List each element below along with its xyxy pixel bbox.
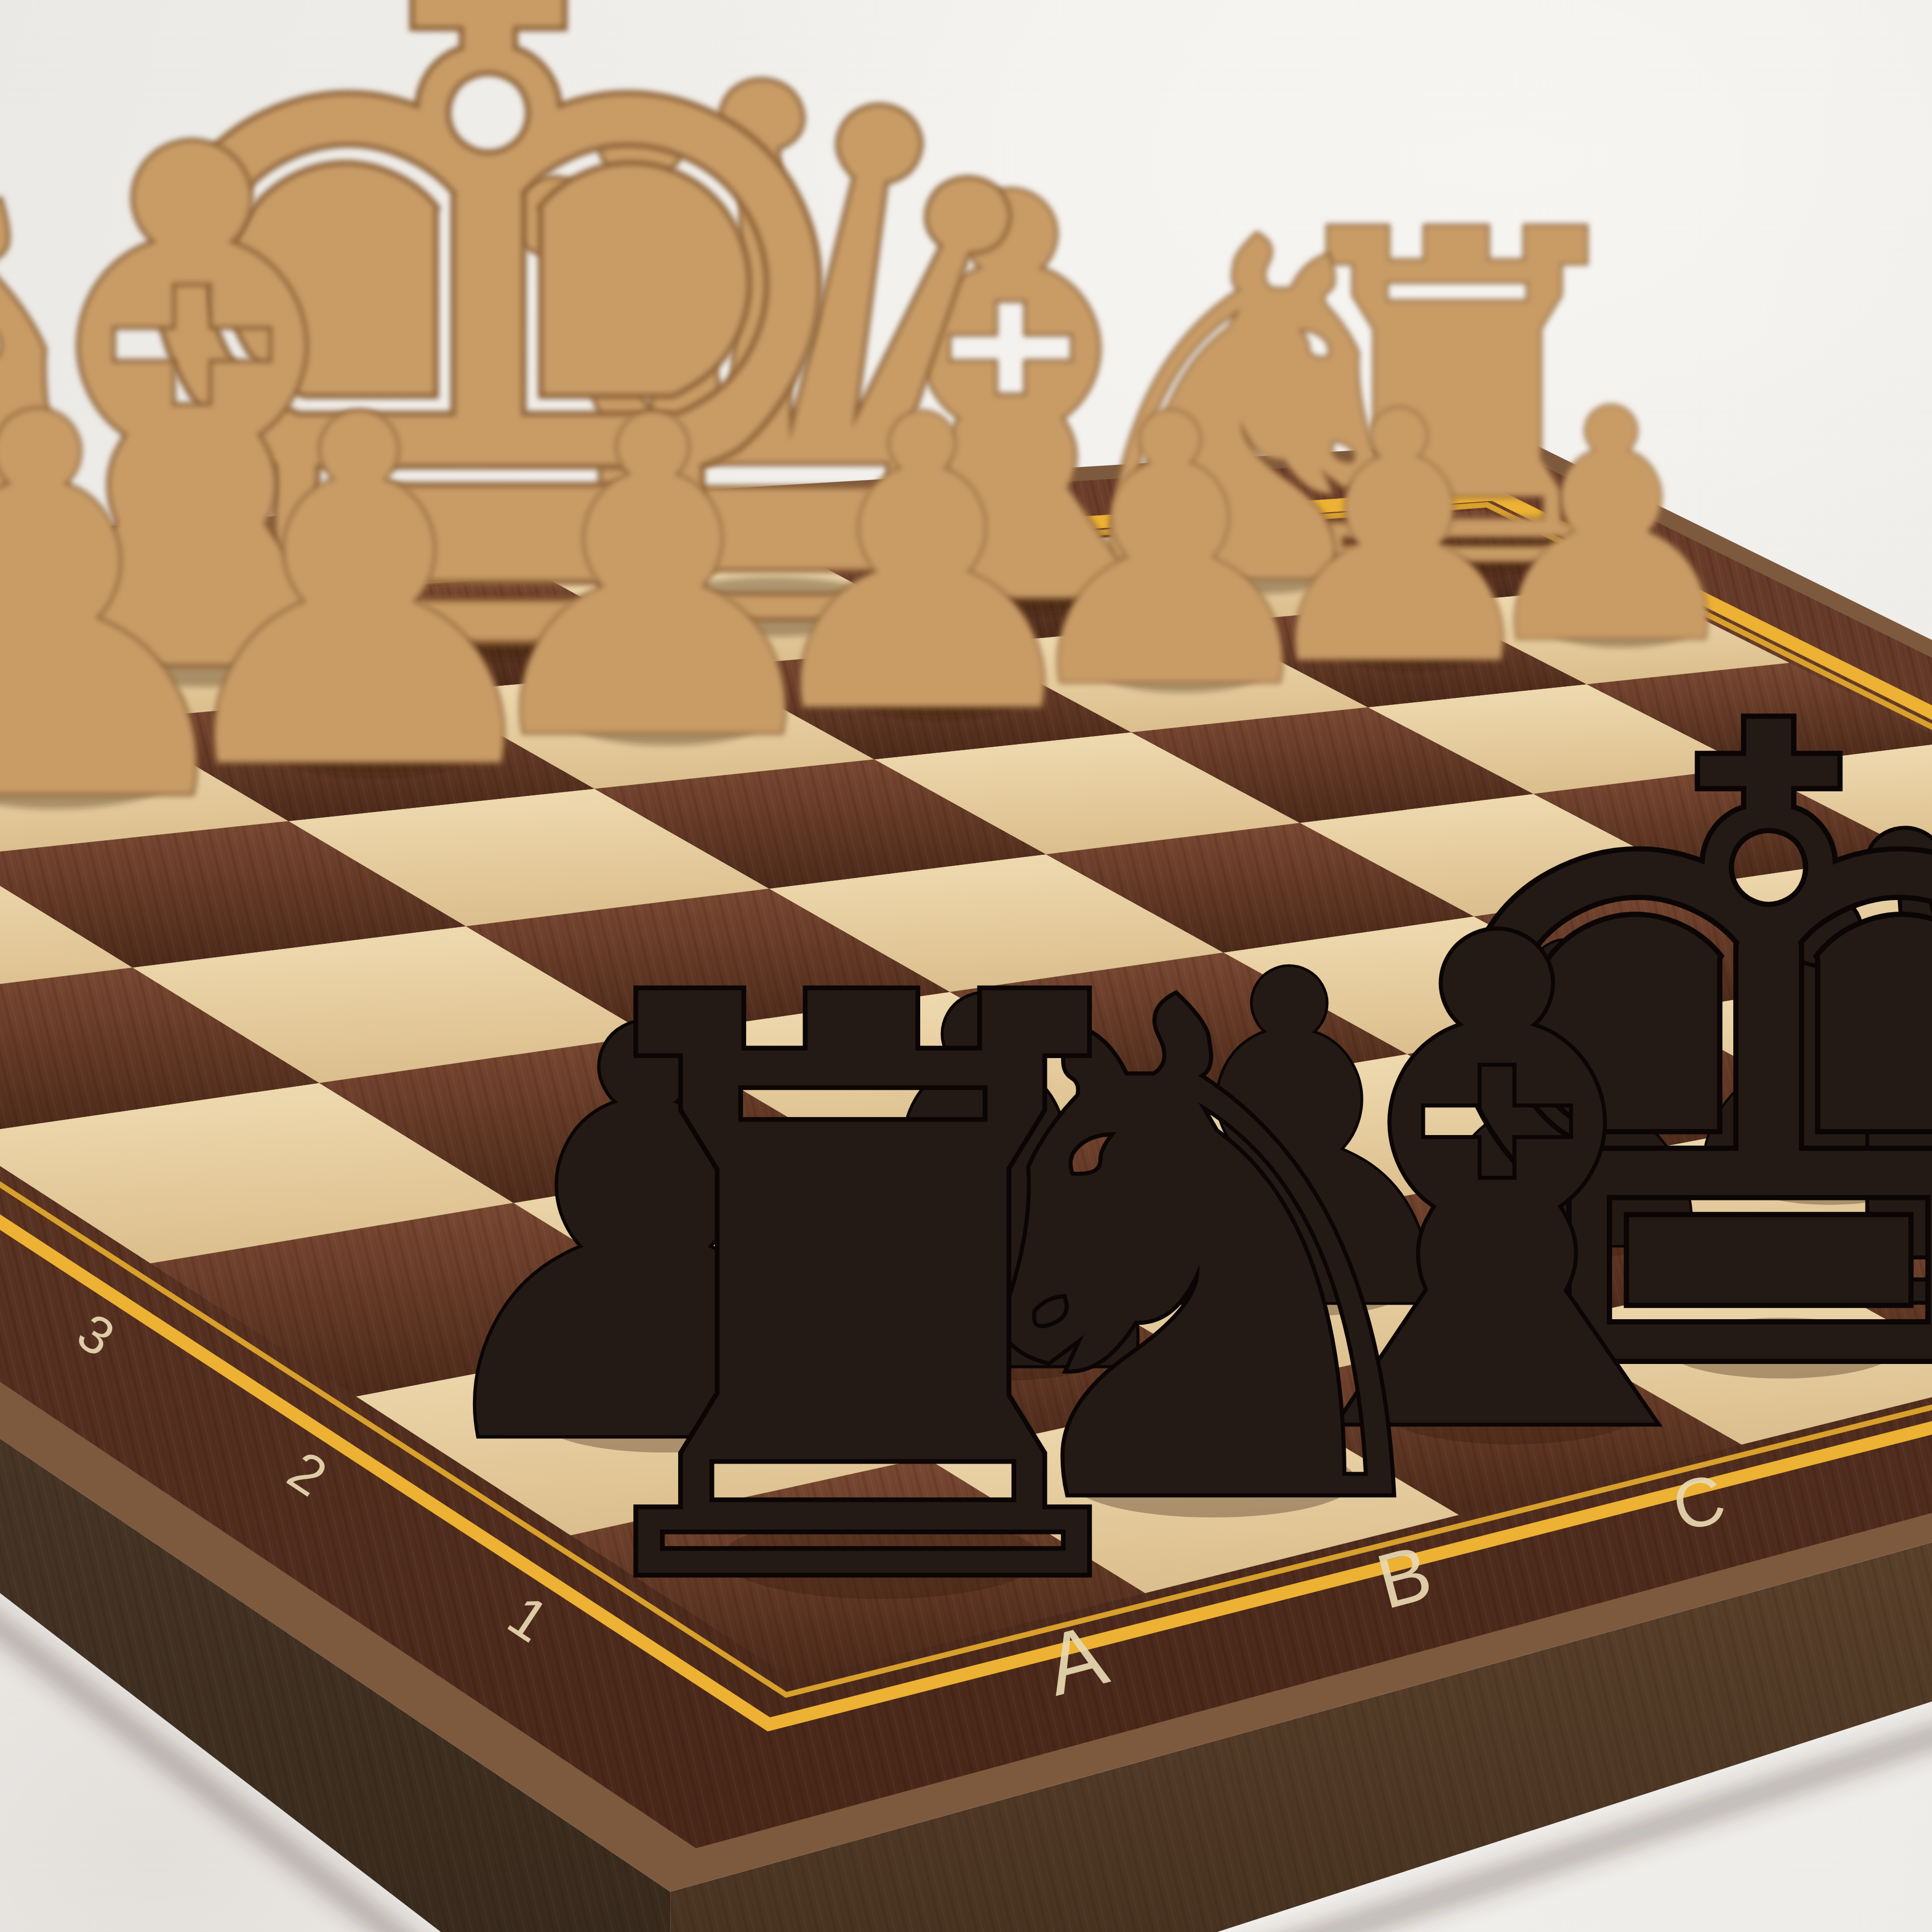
scene: ABCDEFGH12345678♜♞♝♛♟♚♟♝♟♞♟♜♟♟♟♟♟♟♟♜♟♞♟♝… [0, 0, 1932, 1932]
piece-light-pawn-b7[interactable]: ♟ [0, 305, 273, 916]
chessboard: ABCDEFGH12345678♜♞♝♛♟♚♟♝♟♞♟♜♟♟♟♟♟♟♟♜♟♞♟♝… [0, 0, 1932, 1932]
piece-dark-rook-a1[interactable]: ♜ [506, 832, 1221, 1760]
